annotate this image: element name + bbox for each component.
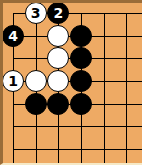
intersection-r1c1 <box>2 2 25 25</box>
intersection-r7c3 <box>47 138 70 161</box>
intersection-r5c3 <box>47 92 70 115</box>
intersection-r6c1 <box>2 115 25 138</box>
stone-black-r5c4 <box>70 93 92 115</box>
intersection-r6c4 <box>70 115 93 138</box>
intersection-r4c6 <box>115 70 138 93</box>
stone-black-r1c3: 2 <box>47 2 69 24</box>
intersection-r6c2 <box>24 115 47 138</box>
stone-white-r1c2: 3 <box>25 2 47 24</box>
intersection-r5c1 <box>2 92 25 115</box>
go-diagram: 3241 <box>0 0 142 165</box>
stone-white-r4c1: 1 <box>2 70 24 92</box>
intersection-r7c2 <box>24 138 47 161</box>
intersection-r2c2 <box>24 24 47 47</box>
intersection-r3c1 <box>2 47 25 70</box>
intersection-r2c3 <box>47 24 70 47</box>
intersection-r4c5 <box>92 70 115 93</box>
intersection-r1c5 <box>92 2 115 25</box>
stone-black-r4c4 <box>70 70 92 92</box>
stone-black-r2c4 <box>70 25 92 47</box>
intersection-r3c6 <box>115 47 138 70</box>
intersection-r3c2 <box>24 47 47 70</box>
intersection-r6c5 <box>92 115 115 138</box>
move-number: 1 <box>8 74 18 88</box>
intersection-r3c3 <box>47 47 70 70</box>
intersection-r2c6 <box>115 24 138 47</box>
intersection-r7c4 <box>70 138 93 161</box>
intersection-r1c4 <box>70 2 93 25</box>
stone-black-r5c2 <box>25 93 47 115</box>
intersection-r2c5 <box>92 24 115 47</box>
stone-white-r4c2 <box>25 70 47 92</box>
stone-black-r5c3 <box>47 93 69 115</box>
move-number: 4 <box>8 29 18 43</box>
intersection-r7c1 <box>2 138 25 161</box>
intersection-r3c4 <box>70 47 93 70</box>
intersection-r5c6 <box>115 92 138 115</box>
intersection-r4c4 <box>70 70 93 93</box>
intersection-r6c6 <box>115 115 138 138</box>
intersection-r6c3 <box>47 115 70 138</box>
intersection-r1c3: 2 <box>47 2 70 25</box>
intersection-r2c4 <box>70 24 93 47</box>
stone-white-r2c3 <box>47 25 69 47</box>
intersection-r1c6 <box>115 2 138 25</box>
stone-black-r3c4 <box>70 47 92 69</box>
stone-black-r2c1: 4 <box>2 25 24 47</box>
intersection-r7c6 <box>115 138 138 161</box>
move-number: 2 <box>53 6 63 20</box>
stone-white-r3c3 <box>47 47 69 69</box>
intersection-r4c1: 1 <box>2 70 25 93</box>
board-grid: 3241 <box>2 2 138 161</box>
intersection-r5c2 <box>24 92 47 115</box>
intersection-r3c5 <box>92 47 115 70</box>
move-number: 3 <box>31 6 41 20</box>
intersection-r7c5 <box>92 138 115 161</box>
intersection-r4c2 <box>24 70 47 93</box>
intersection-r4c3 <box>47 70 70 93</box>
intersection-r5c5 <box>92 92 115 115</box>
stone-white-r4c3 <box>47 70 69 92</box>
intersection-r1c2: 3 <box>24 2 47 25</box>
intersection-r2c1: 4 <box>2 24 25 47</box>
intersection-r5c4 <box>70 92 93 115</box>
